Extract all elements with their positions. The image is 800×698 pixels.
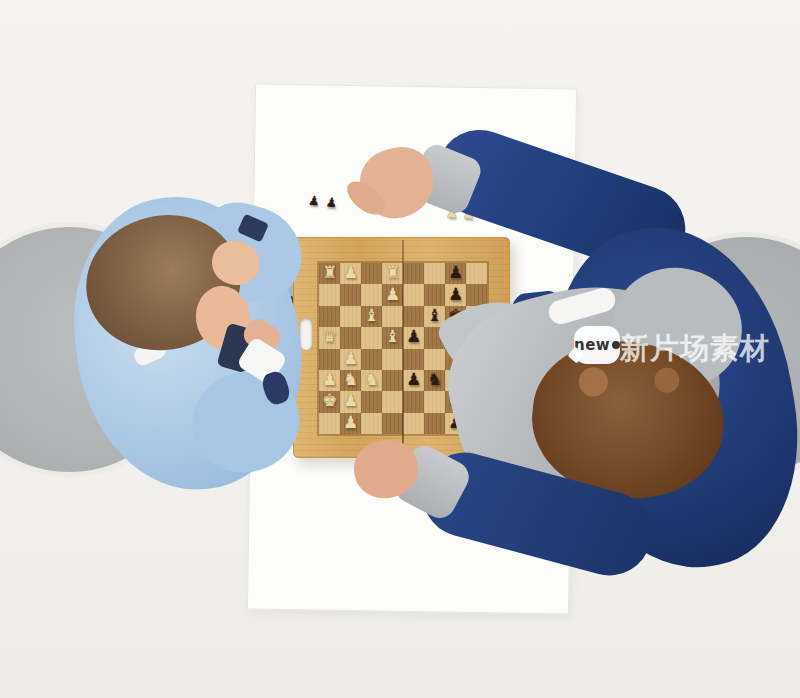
piece-bN: ♞ bbox=[427, 371, 442, 388]
square-b6 bbox=[340, 306, 361, 327]
board-fold-seam bbox=[402, 240, 404, 455]
square-b5 bbox=[340, 327, 361, 348]
square-e4 bbox=[403, 349, 424, 370]
square-f8 bbox=[424, 263, 445, 284]
square-d2 bbox=[382, 391, 403, 412]
piece-wN: ♞ bbox=[343, 371, 358, 388]
square-d7: ♟ bbox=[382, 284, 403, 305]
piece-wP: ♟ bbox=[343, 392, 358, 409]
square-e2 bbox=[403, 391, 424, 412]
square-d4 bbox=[382, 349, 403, 370]
watermark-logo: new bbox=[574, 326, 620, 364]
captured-piece-bP: ♟ bbox=[308, 194, 321, 208]
piece-wR: ♜ bbox=[385, 264, 400, 281]
square-h8 bbox=[466, 263, 487, 284]
square-e7 bbox=[403, 284, 424, 305]
piece-wB: ♝ bbox=[385, 328, 400, 345]
square-b3: ♞ bbox=[340, 370, 361, 391]
square-f2 bbox=[424, 391, 445, 412]
piece-wP: ♟ bbox=[343, 264, 358, 281]
piece-bP: ♟ bbox=[448, 286, 463, 303]
square-a3: ♟ bbox=[319, 370, 340, 391]
square-c7 bbox=[361, 284, 382, 305]
piece-wN: ♞ bbox=[364, 371, 379, 388]
square-g8: ♟ bbox=[445, 263, 466, 284]
piece-wP: ♟ bbox=[385, 286, 400, 303]
square-b2: ♟ bbox=[340, 391, 361, 412]
square-a4 bbox=[319, 349, 340, 370]
square-f4 bbox=[424, 349, 445, 370]
square-d5: ♝ bbox=[382, 327, 403, 348]
square-c2 bbox=[361, 391, 382, 412]
square-b1: ♟ bbox=[340, 413, 361, 434]
square-c5 bbox=[361, 327, 382, 348]
square-e3: ♟ bbox=[403, 370, 424, 391]
square-a8: ♜ bbox=[319, 263, 340, 284]
square-e1 bbox=[403, 413, 424, 434]
piece-wQ: ♛ bbox=[322, 328, 337, 345]
square-d3 bbox=[382, 370, 403, 391]
square-d6 bbox=[382, 306, 403, 327]
square-a1 bbox=[319, 413, 340, 434]
piece-wR: ♜ bbox=[322, 264, 337, 281]
square-f7 bbox=[424, 284, 445, 305]
piece-wP: ♟ bbox=[343, 350, 358, 367]
square-e6 bbox=[403, 306, 424, 327]
piece-bP: ♟ bbox=[406, 371, 421, 388]
square-h7 bbox=[466, 284, 487, 305]
square-g7: ♟ bbox=[445, 284, 466, 305]
square-c4 bbox=[361, 349, 382, 370]
scene: ♜♟♜♟♟♟♝♝♚♛♛♝♟♞♜♟♟♞♞♟♞♝♚♟♟♟♟♜ ♟♟ ♟♟ bbox=[0, 0, 800, 698]
square-f3: ♞ bbox=[424, 370, 445, 391]
watermark-text: 新片场素材 bbox=[620, 329, 770, 369]
square-b7 bbox=[340, 284, 361, 305]
piece-wP: ♟ bbox=[322, 371, 337, 388]
watermark-logo-text: new bbox=[574, 336, 610, 354]
square-c3: ♞ bbox=[361, 370, 382, 391]
piece-bP: ♟ bbox=[406, 328, 421, 345]
captured-piece-bP: ♟ bbox=[325, 195, 338, 209]
square-e8 bbox=[403, 263, 424, 284]
square-b8: ♟ bbox=[340, 263, 361, 284]
square-d8: ♜ bbox=[382, 263, 403, 284]
square-b4: ♟ bbox=[340, 349, 361, 370]
square-a6 bbox=[319, 306, 340, 327]
board-handle-left bbox=[300, 318, 312, 350]
piece-wK: ♚ bbox=[322, 392, 337, 409]
piece-bB: ♝ bbox=[427, 307, 442, 324]
square-c8 bbox=[361, 263, 382, 284]
square-a5: ♛ bbox=[319, 327, 340, 348]
piece-wB: ♝ bbox=[364, 307, 379, 324]
watermark-lens-icon bbox=[612, 341, 620, 349]
square-d1 bbox=[382, 413, 403, 434]
square-a2: ♚ bbox=[319, 391, 340, 412]
piece-bP: ♟ bbox=[448, 264, 463, 281]
square-f1 bbox=[424, 413, 445, 434]
square-c6: ♝ bbox=[361, 306, 382, 327]
square-a7 bbox=[319, 284, 340, 305]
square-c1 bbox=[361, 413, 382, 434]
square-e5: ♟ bbox=[403, 327, 424, 348]
piece-wP: ♟ bbox=[343, 414, 358, 431]
